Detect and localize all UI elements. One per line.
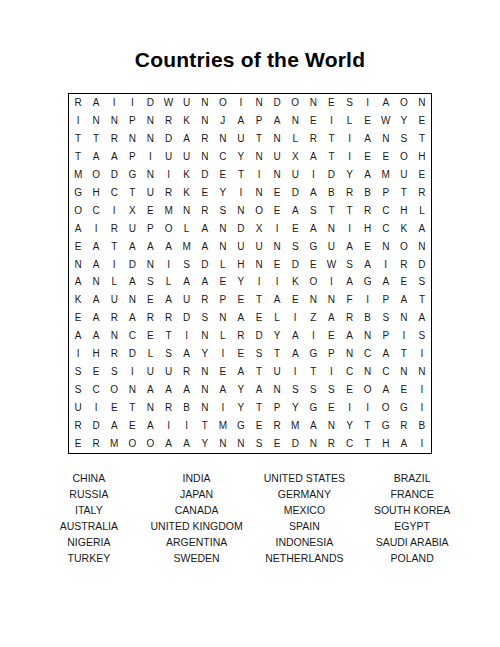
grid-cell[interactable]: I <box>232 184 250 202</box>
grid-cell[interactable]: I <box>377 256 395 274</box>
grid-cell[interactable]: N <box>322 291 340 309</box>
grid-cell[interactable]: I <box>105 256 123 274</box>
grid-cell[interactable]: P <box>377 291 395 309</box>
grid-cell[interactable]: R <box>160 112 178 130</box>
grid-cell[interactable]: R <box>268 417 286 435</box>
grid-cell[interactable]: N <box>232 435 250 453</box>
grid-cell[interactable]: T <box>268 345 286 363</box>
grid-cell[interactable]: A <box>87 238 105 256</box>
grid-cell[interactable]: E <box>69 435 87 453</box>
grid-cell[interactable]: E <box>196 184 214 202</box>
grid-cell[interactable]: Y <box>268 327 286 345</box>
grid-cell[interactable]: U <box>178 148 196 166</box>
grid-cell[interactable]: E <box>250 309 268 327</box>
grid-cell[interactable]: A <box>196 274 214 292</box>
grid-cell[interactable]: R <box>196 130 214 148</box>
grid-cell[interactable]: E <box>359 112 377 130</box>
grid-cell[interactable]: A <box>377 345 395 363</box>
grid-cell[interactable]: R <box>87 435 105 453</box>
grid-cell[interactable]: N <box>413 363 431 381</box>
grid-cell[interactable]: N <box>322 417 340 435</box>
grid-cell[interactable]: A <box>141 238 159 256</box>
grid-cell[interactable]: E <box>304 256 322 274</box>
grid-cell[interactable]: E <box>413 112 431 130</box>
grid-cell[interactable]: H <box>395 202 413 220</box>
grid-cell[interactable]: A <box>87 291 105 309</box>
grid-cell[interactable]: N <box>232 202 250 220</box>
grid-cell[interactable]: U <box>141 363 159 381</box>
grid-cell[interactable]: A <box>304 220 322 238</box>
grid-cell[interactable]: U <box>232 130 250 148</box>
grid-cell[interactable]: P <box>123 148 141 166</box>
grid-cell[interactable]: D <box>87 417 105 435</box>
grid-cell[interactable]: I <box>250 166 268 184</box>
grid-cell[interactable]: I <box>359 291 377 309</box>
grid-cell[interactable]: X <box>250 220 268 238</box>
grid-cell[interactable]: E <box>87 363 105 381</box>
grid-cell[interactable]: T <box>250 130 268 148</box>
grid-cell[interactable]: U <box>395 166 413 184</box>
grid-cell[interactable]: N <box>250 256 268 274</box>
grid-cell[interactable]: Y <box>232 274 250 292</box>
grid-cell[interactable]: R <box>178 363 196 381</box>
grid-cell[interactable]: N <box>141 256 159 274</box>
grid-cell[interactable]: T <box>232 166 250 184</box>
grid-cell[interactable]: C <box>377 363 395 381</box>
grid-cell[interactable]: U <box>268 148 286 166</box>
grid-cell[interactable]: C <box>377 202 395 220</box>
grid-cell[interactable]: O <box>105 381 123 399</box>
grid-cell[interactable]: A <box>413 309 431 327</box>
grid-cell[interactable]: A <box>196 220 214 238</box>
grid-cell[interactable]: I <box>322 363 340 381</box>
grid-cell[interactable]: E <box>214 274 232 292</box>
grid-cell[interactable]: T <box>69 148 87 166</box>
grid-cell[interactable]: S <box>377 309 395 327</box>
grid-cell[interactable]: R <box>69 417 87 435</box>
grid-cell[interactable]: S <box>304 381 322 399</box>
grid-cell[interactable]: T <box>250 399 268 417</box>
grid-cell[interactable]: A <box>69 220 87 238</box>
grid-cell[interactable]: N <box>268 381 286 399</box>
grid-cell[interactable]: R <box>160 184 178 202</box>
grid-cell[interactable]: M <box>286 417 304 435</box>
grid-cell[interactable]: A <box>377 381 395 399</box>
grid-cell[interactable]: D <box>196 166 214 184</box>
grid-cell[interactable]: U <box>232 238 250 256</box>
grid-cell[interactable]: A <box>123 309 141 327</box>
grid-cell[interactable]: A <box>105 417 123 435</box>
grid-cell[interactable]: T <box>123 184 141 202</box>
grid-cell[interactable]: T <box>395 184 413 202</box>
grid-cell[interactable]: E <box>395 381 413 399</box>
grid-cell[interactable]: U <box>105 291 123 309</box>
grid-cell[interactable]: E <box>304 112 322 130</box>
grid-cell[interactable]: T <box>322 130 340 148</box>
grid-cell[interactable]: N <box>196 112 214 130</box>
grid-cell[interactable]: L <box>341 112 359 130</box>
grid-cell[interactable]: P <box>268 399 286 417</box>
grid-cell[interactable]: K <box>395 220 413 238</box>
grid-cell[interactable]: A <box>268 112 286 130</box>
grid-cell[interactable]: I <box>286 309 304 327</box>
grid-cell[interactable]: N <box>268 238 286 256</box>
grid-cell[interactable]: T <box>413 130 431 148</box>
grid-cell[interactable]: D <box>250 327 268 345</box>
grid-cell[interactable]: I <box>413 399 431 417</box>
grid-cell[interactable]: N <box>322 220 340 238</box>
grid-cell[interactable]: D <box>286 435 304 453</box>
grid-cell[interactable]: I <box>123 363 141 381</box>
grid-cell[interactable]: E <box>268 435 286 453</box>
grid-cell[interactable]: E <box>322 399 340 417</box>
grid-cell[interactable]: A <box>178 345 196 363</box>
grid-cell[interactable]: T <box>87 130 105 148</box>
grid-cell[interactable]: U <box>250 238 268 256</box>
grid-cell[interactable]: O <box>286 94 304 112</box>
grid-cell[interactable]: P <box>377 327 395 345</box>
grid-cell[interactable]: I <box>341 148 359 166</box>
grid-cell[interactable]: E <box>322 94 340 112</box>
grid-cell[interactable]: E <box>395 274 413 292</box>
grid-cell[interactable]: A <box>160 435 178 453</box>
grid-cell[interactable]: I <box>87 399 105 417</box>
grid-cell[interactable]: N <box>141 399 159 417</box>
grid-cell[interactable]: Y <box>232 381 250 399</box>
grid-cell[interactable]: G <box>123 166 141 184</box>
grid-cell[interactable]: T <box>105 238 123 256</box>
grid-cell[interactable]: N <box>141 166 159 184</box>
grid-cell[interactable]: L <box>286 130 304 148</box>
grid-cell[interactable]: E <box>359 238 377 256</box>
grid-cell[interactable]: C <box>341 363 359 381</box>
grid-cell[interactable]: M <box>377 166 395 184</box>
grid-cell[interactable]: R <box>395 256 413 274</box>
grid-cell[interactable]: N <box>268 166 286 184</box>
grid-cell[interactable]: I <box>341 220 359 238</box>
grid-cell[interactable]: T <box>160 327 178 345</box>
grid-cell[interactable]: T <box>359 435 377 453</box>
grid-cell[interactable]: A <box>232 309 250 327</box>
grid-cell[interactable]: G <box>232 417 250 435</box>
grid-cell[interactable]: C <box>123 327 141 345</box>
grid-cell[interactable]: O <box>141 435 159 453</box>
grid-cell[interactable]: D <box>232 220 250 238</box>
grid-cell[interactable]: N <box>214 238 232 256</box>
grid-cell[interactable]: T <box>322 148 340 166</box>
grid-cell[interactable]: Z <box>304 309 322 327</box>
grid-cell[interactable]: T <box>359 417 377 435</box>
grid-cell[interactable]: A <box>141 381 159 399</box>
grid-cell[interactable]: O <box>359 381 377 399</box>
grid-cell[interactable]: I <box>304 166 322 184</box>
grid-cell[interactable]: N <box>304 435 322 453</box>
grid-cell[interactable]: A <box>196 238 214 256</box>
grid-cell[interactable]: S <box>286 381 304 399</box>
grid-cell[interactable]: S <box>178 256 196 274</box>
grid-cell[interactable]: A <box>341 327 359 345</box>
grid-cell[interactable]: J <box>214 112 232 130</box>
grid-cell[interactable]: P <box>377 184 395 202</box>
grid-cell[interactable]: O <box>395 94 413 112</box>
grid-cell[interactable]: U <box>286 166 304 184</box>
grid-cell[interactable]: A <box>87 148 105 166</box>
grid-cell[interactable]: I <box>160 256 178 274</box>
grid-cell[interactable]: A <box>359 166 377 184</box>
grid-cell[interactable]: A <box>286 327 304 345</box>
grid-cell[interactable]: A <box>268 291 286 309</box>
grid-cell[interactable]: A <box>322 309 340 327</box>
grid-cell[interactable]: B <box>413 417 431 435</box>
grid-cell[interactable]: R <box>196 291 214 309</box>
grid-cell[interactable]: N <box>69 256 87 274</box>
grid-cell[interactable]: A <box>123 274 141 292</box>
grid-cell[interactable]: G <box>359 274 377 292</box>
grid-cell[interactable]: G <box>377 417 395 435</box>
grid-cell[interactable]: A <box>377 274 395 292</box>
grid-cell[interactable]: M <box>214 417 232 435</box>
grid-cell[interactable]: A <box>105 148 123 166</box>
grid-cell[interactable]: A <box>413 220 431 238</box>
grid-cell[interactable]: N <box>413 94 431 112</box>
grid-cell[interactable]: R <box>304 130 322 148</box>
grid-cell[interactable]: N <box>141 130 159 148</box>
grid-cell[interactable]: R <box>413 184 431 202</box>
grid-cell[interactable]: T <box>69 130 87 148</box>
grid-cell[interactable]: A <box>395 291 413 309</box>
grid-cell[interactable]: I <box>105 94 123 112</box>
grid-cell[interactable]: G <box>304 345 322 363</box>
grid-cell[interactable]: E <box>250 417 268 435</box>
grid-cell[interactable]: K <box>69 291 87 309</box>
grid-cell[interactable]: F <box>341 291 359 309</box>
grid-cell[interactable]: L <box>413 202 431 220</box>
grid-cell[interactable]: A <box>214 381 232 399</box>
grid-cell[interactable]: S <box>69 363 87 381</box>
grid-cell[interactable]: N <box>377 238 395 256</box>
grid-cell[interactable]: B <box>322 184 340 202</box>
grid-cell[interactable]: B <box>359 184 377 202</box>
grid-cell[interactable]: N <box>141 112 159 130</box>
grid-cell[interactable]: I <box>268 220 286 238</box>
grid-cell[interactable]: E <box>268 202 286 220</box>
grid-cell[interactable]: E <box>105 399 123 417</box>
grid-cell[interactable]: I <box>413 435 431 453</box>
grid-cell[interactable]: L <box>141 345 159 363</box>
grid-cell[interactable]: R <box>105 345 123 363</box>
grid-cell[interactable]: O <box>395 238 413 256</box>
grid-cell[interactable]: E <box>268 184 286 202</box>
grid-cell[interactable]: T <box>196 417 214 435</box>
grid-cell[interactable]: N <box>359 363 377 381</box>
grid-cell[interactable]: B <box>359 309 377 327</box>
grid-cell[interactable]: Y <box>196 345 214 363</box>
grid-cell[interactable]: S <box>341 256 359 274</box>
grid-cell[interactable]: A <box>87 309 105 327</box>
grid-cell[interactable]: I <box>322 112 340 130</box>
grid-cell[interactable]: W <box>160 94 178 112</box>
grid-cell[interactable]: T <box>341 202 359 220</box>
grid-cell[interactable]: O <box>69 202 87 220</box>
grid-cell[interactable]: T <box>304 363 322 381</box>
grid-cell[interactable]: A <box>232 112 250 130</box>
grid-cell[interactable]: K <box>178 184 196 202</box>
grid-cell[interactable]: H <box>359 220 377 238</box>
grid-cell[interactable]: M <box>178 238 196 256</box>
grid-cell[interactable]: N <box>304 291 322 309</box>
grid-cell[interactable]: I <box>160 417 178 435</box>
grid-cell[interactable]: T <box>250 291 268 309</box>
grid-cell[interactable]: E <box>413 166 431 184</box>
grid-cell[interactable]: L <box>160 274 178 292</box>
grid-cell[interactable]: N <box>87 274 105 292</box>
grid-cell[interactable]: S <box>160 345 178 363</box>
grid-cell[interactable]: D <box>141 94 159 112</box>
grid-cell[interactable]: A <box>232 363 250 381</box>
grid-cell[interactable]: N <box>268 130 286 148</box>
grid-cell[interactable]: I <box>268 274 286 292</box>
grid-cell[interactable]: S <box>341 94 359 112</box>
grid-cell[interactable]: O <box>214 94 232 112</box>
grid-cell[interactable]: R <box>341 184 359 202</box>
grid-cell[interactable]: R <box>69 94 87 112</box>
grid-cell[interactable]: D <box>160 130 178 148</box>
grid-cell[interactable]: S <box>141 274 159 292</box>
grid-cell[interactable]: D <box>413 256 431 274</box>
grid-cell[interactable]: A <box>178 274 196 292</box>
grid-cell[interactable]: D <box>268 94 286 112</box>
grid-cell[interactable]: D <box>286 184 304 202</box>
grid-cell[interactable]: R <box>105 309 123 327</box>
grid-cell[interactable]: I <box>123 94 141 112</box>
grid-cell[interactable]: R <box>395 417 413 435</box>
grid-cell[interactable]: I <box>105 202 123 220</box>
grid-cell[interactable]: O <box>304 274 322 292</box>
grid-cell[interactable]: U <box>69 399 87 417</box>
grid-cell[interactable]: C <box>359 345 377 363</box>
grid-cell[interactable]: K <box>178 166 196 184</box>
grid-cell[interactable]: A <box>286 345 304 363</box>
grid-cell[interactable]: B <box>178 399 196 417</box>
grid-cell[interactable]: S <box>250 345 268 363</box>
grid-cell[interactable]: A <box>359 256 377 274</box>
grid-cell[interactable]: C <box>377 220 395 238</box>
grid-cell[interactable]: Y <box>196 435 214 453</box>
grid-cell[interactable]: S <box>322 381 340 399</box>
grid-cell[interactable]: I <box>87 220 105 238</box>
grid-cell[interactable]: N <box>178 202 196 220</box>
grid-cell[interactable]: E <box>214 363 232 381</box>
grid-cell[interactable]: M <box>69 166 87 184</box>
grid-cell[interactable]: M <box>105 435 123 453</box>
grid-cell[interactable]: A <box>178 381 196 399</box>
grid-cell[interactable]: N <box>214 435 232 453</box>
grid-cell[interactable]: L <box>105 274 123 292</box>
grid-cell[interactable]: N <box>105 112 123 130</box>
grid-cell[interactable]: Y <box>232 148 250 166</box>
grid-cell[interactable]: A <box>286 202 304 220</box>
grid-cell[interactable]: I <box>178 327 196 345</box>
grid-cell[interactable]: O <box>160 220 178 238</box>
grid-cell[interactable]: N <box>341 345 359 363</box>
grid-cell[interactable]: K <box>286 274 304 292</box>
grid-cell[interactable]: I <box>413 345 431 363</box>
grid-cell[interactable]: S <box>105 363 123 381</box>
grid-cell[interactable]: N <box>123 130 141 148</box>
grid-cell[interactable]: C <box>214 148 232 166</box>
grid-cell[interactable]: O <box>377 399 395 417</box>
grid-cell[interactable]: I <box>341 399 359 417</box>
grid-cell[interactable]: D <box>322 166 340 184</box>
grid-cell[interactable]: N <box>123 291 141 309</box>
grid-cell[interactable]: A <box>87 256 105 274</box>
grid-cell[interactable]: U <box>160 148 178 166</box>
grid-cell[interactable]: G <box>69 184 87 202</box>
grid-cell[interactable]: S <box>250 435 268 453</box>
grid-cell[interactable]: A <box>304 417 322 435</box>
grid-cell[interactable]: I <box>250 274 268 292</box>
grid-cell[interactable]: S <box>69 381 87 399</box>
grid-cell[interactable]: W <box>322 256 340 274</box>
grid-cell[interactable]: N <box>214 220 232 238</box>
grid-cell[interactable]: A <box>395 435 413 453</box>
grid-cell[interactable]: A <box>304 184 322 202</box>
grid-cell[interactable]: E <box>286 220 304 238</box>
grid-cell[interactable]: P <box>214 291 232 309</box>
grid-cell[interactable]: I <box>395 327 413 345</box>
grid-cell[interactable]: S <box>395 130 413 148</box>
grid-cell[interactable]: P <box>123 112 141 130</box>
grid-cell[interactable]: G <box>304 238 322 256</box>
grid-cell[interactable]: L <box>214 327 232 345</box>
grid-cell[interactable]: T <box>322 202 340 220</box>
grid-cell[interactable]: N <box>214 309 232 327</box>
grid-cell[interactable]: I <box>69 345 87 363</box>
grid-cell[interactable]: D <box>105 166 123 184</box>
grid-cell[interactable]: T <box>413 291 431 309</box>
grid-cell[interactable]: N <box>196 363 214 381</box>
grid-cell[interactable]: L <box>214 256 232 274</box>
grid-cell[interactable]: P <box>322 345 340 363</box>
grid-cell[interactable]: O <box>123 435 141 453</box>
grid-cell[interactable]: N <box>413 238 431 256</box>
grid-cell[interactable]: I <box>359 399 377 417</box>
grid-cell[interactable]: N <box>123 381 141 399</box>
grid-cell[interactable]: I <box>214 345 232 363</box>
grid-cell[interactable]: A <box>87 327 105 345</box>
grid-cell[interactable]: N <box>196 148 214 166</box>
grid-cell[interactable]: C <box>105 184 123 202</box>
grid-cell[interactable]: I <box>69 112 87 130</box>
grid-cell[interactable]: I <box>322 274 340 292</box>
grid-cell[interactable]: I <box>232 94 250 112</box>
grid-cell[interactable]: D <box>123 345 141 363</box>
grid-cell[interactable]: N <box>377 130 395 148</box>
grid-cell[interactable]: M <box>160 202 178 220</box>
grid-cell[interactable]: T <box>123 399 141 417</box>
grid-cell[interactable]: E <box>141 327 159 345</box>
grid-cell[interactable]: T <box>250 363 268 381</box>
grid-cell[interactable]: Y <box>341 166 359 184</box>
grid-cell[interactable]: U <box>178 291 196 309</box>
grid-cell[interactable]: N <box>250 94 268 112</box>
grid-cell[interactable]: N <box>250 148 268 166</box>
grid-cell[interactable]: R <box>160 399 178 417</box>
grid-cell[interactable]: O <box>87 166 105 184</box>
grid-cell[interactable]: I <box>141 148 159 166</box>
grid-cell[interactable]: R <box>105 130 123 148</box>
grid-cell[interactable]: G <box>395 399 413 417</box>
